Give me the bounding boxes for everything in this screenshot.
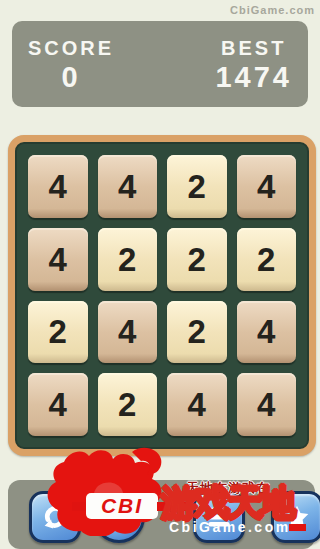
tile-2: 2 xyxy=(28,301,88,364)
tile-4: 4 xyxy=(237,155,297,218)
tile-2: 2 xyxy=(237,228,297,291)
tile-4: 4 xyxy=(237,373,297,436)
board-grid[interactable]: 4424422224244244 xyxy=(8,135,316,456)
tile-4: 4 xyxy=(98,155,158,218)
toolbar-button-2[interactable] xyxy=(93,491,145,543)
score-block: SCORE 0 xyxy=(28,37,114,92)
tile-4: 4 xyxy=(28,228,88,291)
menu-bars-icon xyxy=(203,501,235,533)
best-block: BEST 1474 xyxy=(215,37,292,92)
tile-4: 4 xyxy=(237,301,297,364)
tile-4: 4 xyxy=(28,155,88,218)
best-value: 1474 xyxy=(215,63,292,92)
sphere-icon xyxy=(102,500,136,534)
tile-2: 2 xyxy=(98,228,158,291)
restart-arrows-icon xyxy=(37,499,73,535)
tile-4: 4 xyxy=(98,301,158,364)
score-panel: SCORE 0 BEST 1474 xyxy=(12,21,308,107)
score-label: SCORE xyxy=(28,37,114,60)
top-right-watermark: CbiGame.com xyxy=(230,4,315,16)
best-label: BEST xyxy=(221,37,286,60)
restart-button[interactable] xyxy=(29,491,81,543)
star-icon xyxy=(281,501,313,533)
tile-2: 2 xyxy=(167,301,227,364)
tile-2: 2 xyxy=(98,373,158,436)
tile-2: 2 xyxy=(167,155,227,218)
tile-4: 4 xyxy=(167,373,227,436)
tile-4: 4 xyxy=(28,373,88,436)
toolbar-button-3[interactable] xyxy=(193,491,245,543)
score-value: 0 xyxy=(61,63,80,92)
toolbar-button-4[interactable] xyxy=(271,491,320,543)
tile-2: 2 xyxy=(167,228,227,291)
bottom-toolbar xyxy=(8,480,315,549)
